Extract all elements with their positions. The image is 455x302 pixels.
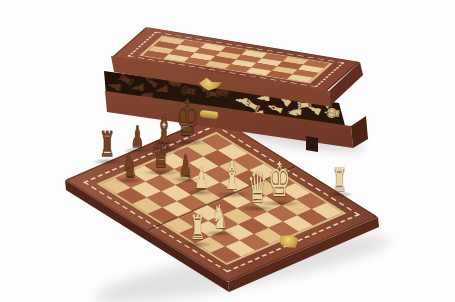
chess-piece-light-pawn-b4: ♟ [193,164,209,193]
chess-piece-light-rook-a1: ♜ [188,212,206,245]
chess-piece-dark-knight-a7: ♞ [121,150,138,181]
chess-piece-dark-pawn-b5: ♟ [177,151,193,180]
chess-piece-dark-rook-a8: ♜ [98,128,117,163]
chess-piece-light-rook-h2: ♜ [331,164,348,195]
chess-piece-light-king-e1: ♚ [266,157,291,204]
chess-set-product-photo: ♟♜♟♝♟♞♛♟♜♞♚♟♜♟♝♟♞♜♟♝♚♟ ♜♟♝♚♞♛♟♟♝♞♜♛♚♜ [0,0,455,302]
chess-piece-light-knight-b1: ♞ [210,201,228,234]
chess-piece-dark-king-d7: ♚ [174,94,201,143]
chess-piece-light-bishop-c3: ♝ [221,156,242,195]
stored-piece-light-king: ♚ [321,106,342,120]
chess-piece-dark-queen-b6: ♛ [150,134,171,173]
